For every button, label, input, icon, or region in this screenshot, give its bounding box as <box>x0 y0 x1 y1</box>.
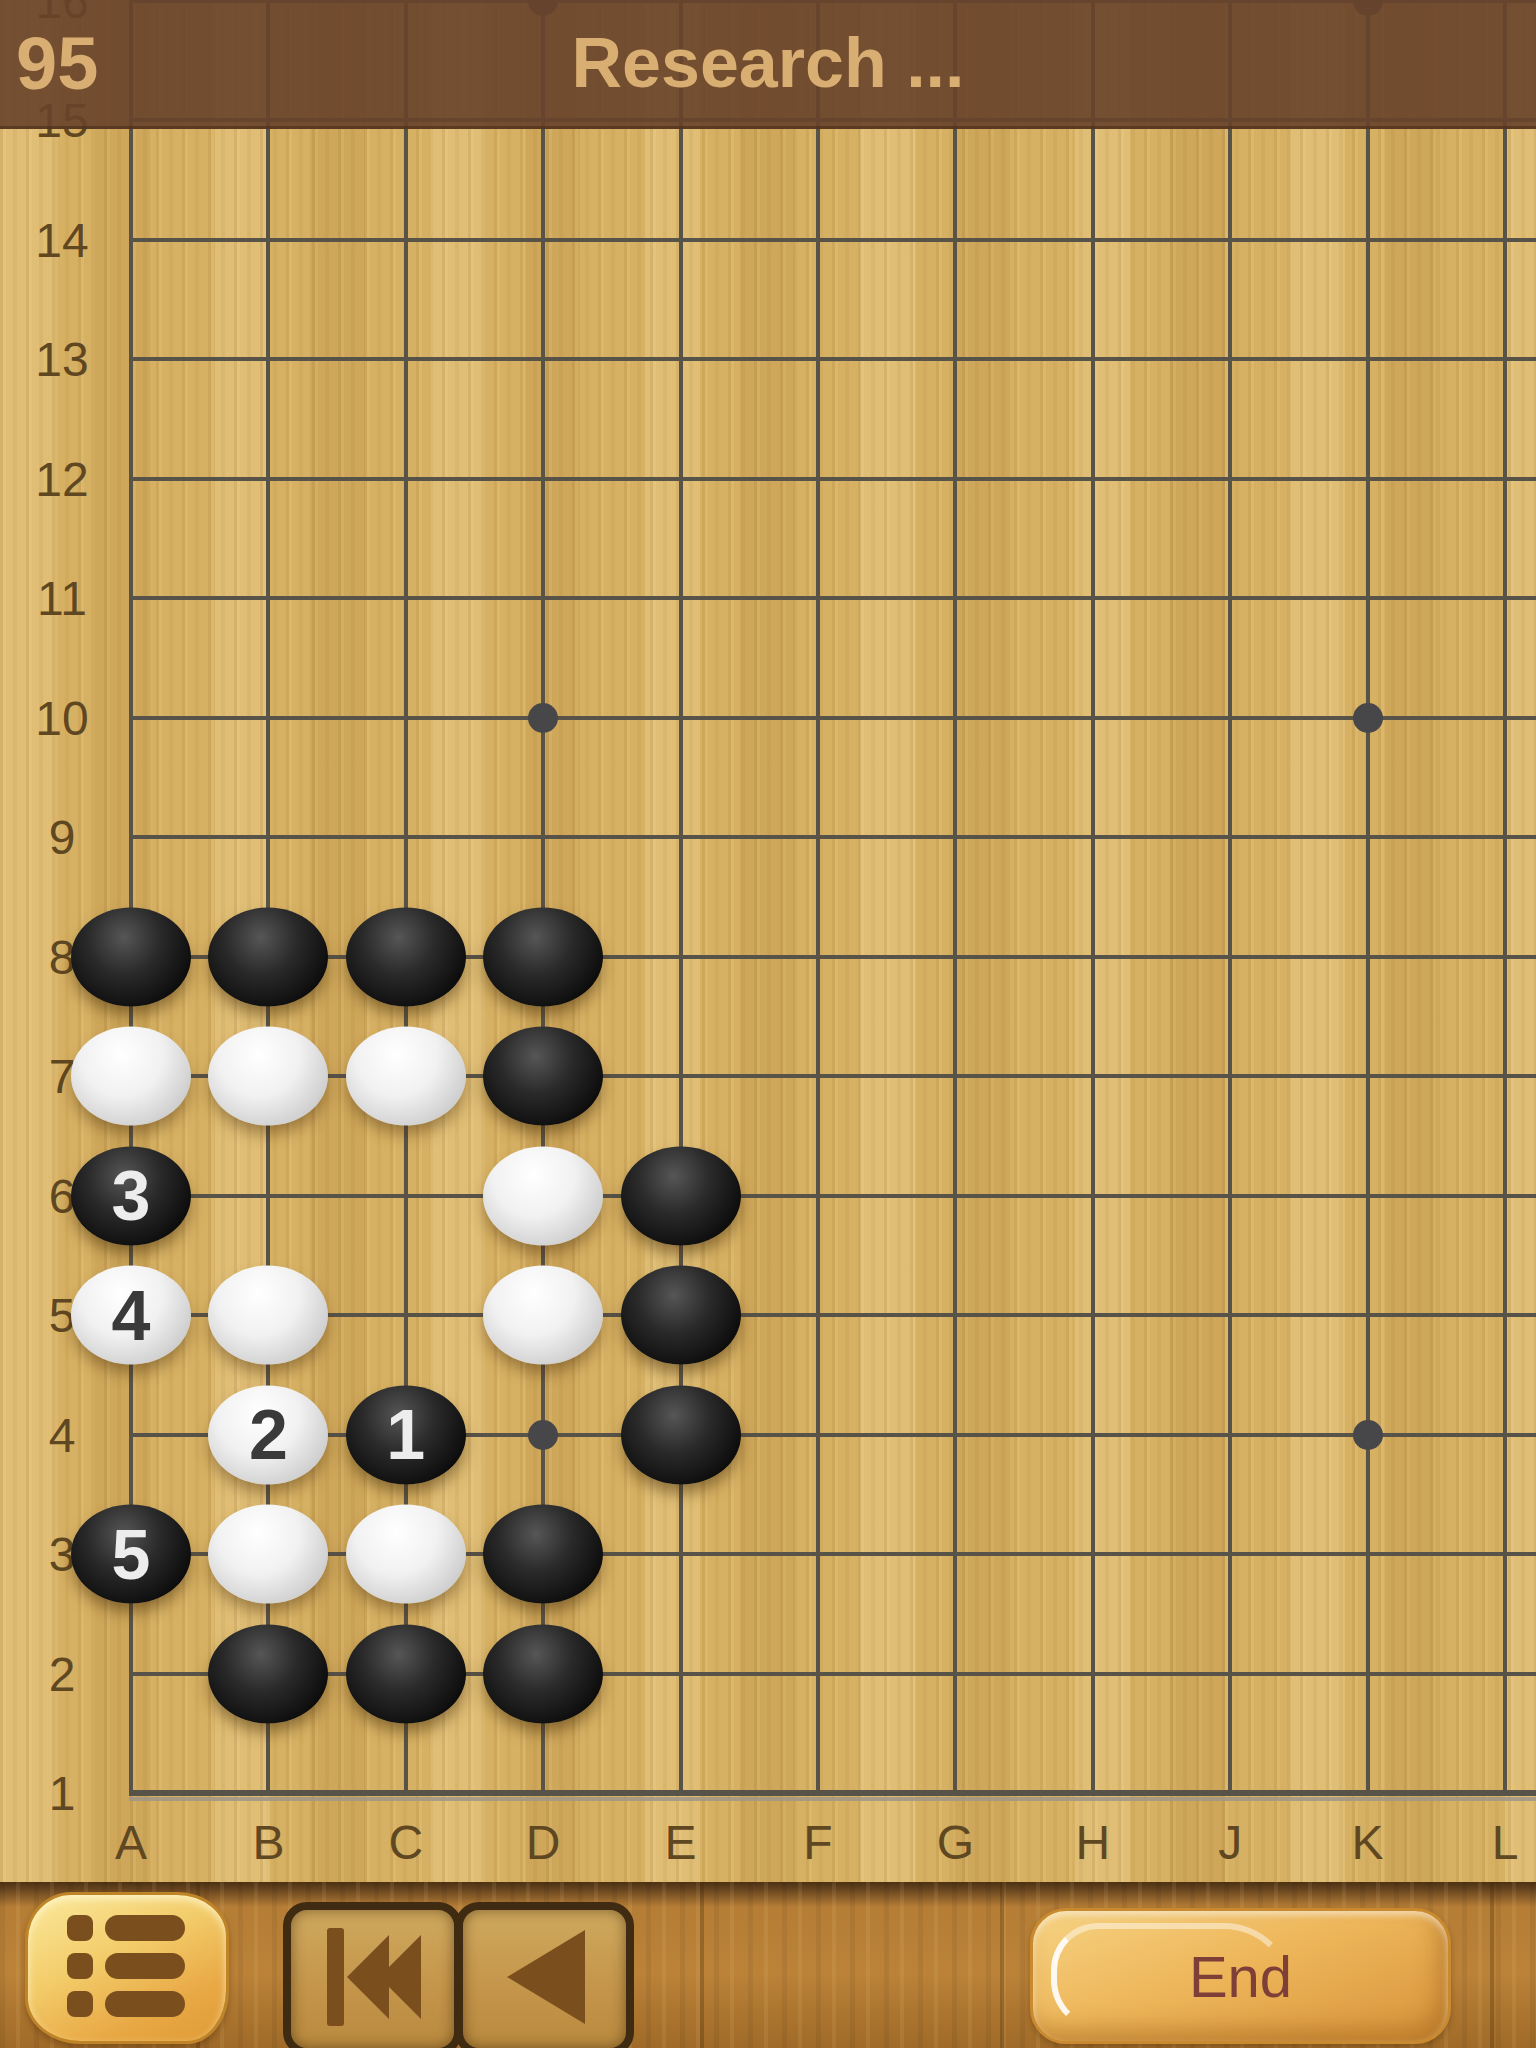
grid-line-col-H <box>1091 0 1095 1796</box>
back-to-start-button[interactable] <box>283 1902 462 2048</box>
grid-line-row-2 <box>129 1672 1536 1676</box>
col-label-L: L <box>1492 1815 1519 1870</box>
grid-line-row-14 <box>129 238 1536 242</box>
col-label-B: B <box>252 1815 284 1870</box>
stone-black-D2[interactable] <box>483 1624 603 1723</box>
row-label-9: 9 <box>49 810 76 865</box>
row-label-11: 11 <box>37 571 87 626</box>
move-number-label: 3 <box>112 1161 151 1231</box>
col-label-K: K <box>1352 1815 1384 1870</box>
stone-white-A5[interactable]: 4 <box>71 1266 191 1365</box>
grid-line-row-7 <box>129 1074 1536 1078</box>
stone-black-D7[interactable] <box>483 1027 603 1126</box>
move-number-label: 2 <box>249 1400 288 1470</box>
col-label-F: F <box>803 1815 832 1870</box>
header-bar: 95 Research ... <box>0 0 1536 129</box>
row-label-1: 1 <box>49 1766 76 1821</box>
grid-line-col-K <box>1366 0 1370 1796</box>
end-button-label: End <box>1189 1943 1292 2010</box>
grid-line-col-G <box>953 0 957 1796</box>
bottom-toolbar: End <box>0 1882 1536 2048</box>
grid-line-col-F <box>816 0 820 1796</box>
plank-seam <box>700 1882 704 2048</box>
row-label-14: 14 <box>35 212 88 267</box>
grid-line-row-10 <box>129 716 1536 720</box>
grid-line-row-3 <box>129 1552 1536 1556</box>
stone-white-C3[interactable] <box>346 1505 466 1604</box>
move-number-label: 1 <box>386 1400 425 1470</box>
stone-black-D3[interactable] <box>483 1505 603 1604</box>
col-label-E: E <box>665 1815 697 1870</box>
grid-line-row-6 <box>129 1194 1536 1198</box>
end-button[interactable]: End <box>1030 1908 1451 2044</box>
stone-white-A7[interactable] <box>71 1027 191 1126</box>
stone-black-C8[interactable] <box>346 907 466 1006</box>
stone-white-D6[interactable] <box>483 1146 603 1245</box>
stone-white-B7[interactable] <box>208 1027 328 1126</box>
grid-line-row-11 <box>129 596 1536 600</box>
row-label-4: 4 <box>49 1407 76 1462</box>
stone-white-D5[interactable] <box>483 1266 603 1365</box>
grid-line-col-J <box>1228 0 1232 1796</box>
col-label-G: G <box>937 1815 974 1870</box>
col-label-J: J <box>1218 1815 1242 1870</box>
skip-to-start-icon <box>321 1922 425 2036</box>
row-label-2: 2 <box>49 1646 76 1701</box>
stone-black-A6[interactable]: 3 <box>71 1146 191 1245</box>
col-label-D: D <box>526 1815 561 1870</box>
menu-button[interactable] <box>25 1892 229 2044</box>
stone-white-B4[interactable]: 2 <box>208 1385 328 1484</box>
stone-black-B8[interactable] <box>208 907 328 1006</box>
star-point-D10 <box>528 703 558 733</box>
list-icon <box>67 1913 187 2023</box>
stone-black-E5[interactable] <box>621 1266 741 1365</box>
stone-white-B5[interactable] <box>208 1266 328 1365</box>
grid-line-row-5 <box>129 1313 1536 1317</box>
star-point-D4 <box>528 1420 558 1450</box>
grid-line-row-13 <box>129 357 1536 361</box>
col-label-A: A <box>115 1815 147 1870</box>
grid-line-row-8 <box>129 955 1536 959</box>
stone-black-A8[interactable] <box>71 907 191 1006</box>
grid-line-col-E <box>679 0 683 1796</box>
grid-line-row-9 <box>129 835 1536 839</box>
stone-black-C2[interactable] <box>346 1624 466 1723</box>
col-label-H: H <box>1075 1815 1110 1870</box>
stone-white-B3[interactable] <box>208 1505 328 1604</box>
page-title: Research ... <box>0 23 1536 103</box>
go-board[interactable]: 16151413121110987654321ABCDEFGHJKL34215 <box>0 0 1536 1882</box>
grid-line-row-4 <box>129 1433 1536 1437</box>
star-point-K4 <box>1353 1420 1383 1450</box>
stone-black-D8[interactable] <box>483 907 603 1006</box>
stone-black-B2[interactable] <box>208 1624 328 1723</box>
grid-line-row-1 <box>129 1790 1536 1796</box>
plank-seam <box>1490 1882 1494 2048</box>
col-label-C: C <box>388 1815 423 1870</box>
stone-black-A3[interactable]: 5 <box>71 1505 191 1604</box>
step-back-button[interactable] <box>455 1902 634 2048</box>
row-label-10: 10 <box>35 690 88 745</box>
grid-line-row-12 <box>129 477 1536 481</box>
row-label-12: 12 <box>35 451 88 506</box>
stone-black-E4[interactable] <box>621 1385 741 1484</box>
step-back-icon <box>495 1922 595 2036</box>
grid-line-col-L <box>1503 0 1507 1796</box>
star-point-K10 <box>1353 703 1383 733</box>
row-label-13: 13 <box>35 332 88 387</box>
stone-white-C7[interactable] <box>346 1027 466 1126</box>
stone-black-C4[interactable]: 1 <box>346 1385 466 1484</box>
go-app-screen: 16151413121110987654321ABCDEFGHJKL34215 … <box>0 0 1536 2048</box>
move-number-label: 4 <box>112 1280 151 1350</box>
plank-seam <box>1000 1882 1004 2048</box>
stone-black-E6[interactable] <box>621 1146 741 1245</box>
board-bottom-edge-highlight <box>129 1797 1536 1801</box>
move-number-label: 5 <box>112 1519 151 1589</box>
